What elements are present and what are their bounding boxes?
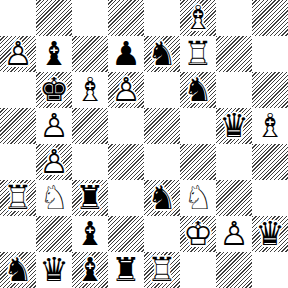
square-e3[interactable]: ♞ bbox=[144, 180, 180, 216]
black-rook-piece: ♜ bbox=[72, 180, 108, 216]
square-d3[interactable] bbox=[108, 180, 144, 216]
square-a7[interactable]: ♟♙ bbox=[0, 36, 36, 72]
square-c6[interactable]: ♝♗ bbox=[72, 72, 108, 108]
square-h2[interactable]: ♛ bbox=[252, 216, 288, 252]
square-d8[interactable] bbox=[108, 0, 144, 36]
square-h3[interactable] bbox=[252, 180, 288, 216]
black-king-piece: ♚ bbox=[36, 72, 72, 108]
white-bishop-piece: ♝♗ bbox=[72, 72, 108, 108]
white-pawn-piece: ♟♙ bbox=[108, 72, 144, 108]
white-pawn-piece: ♟♙ bbox=[36, 108, 72, 144]
black-knight-piece: ♞ bbox=[144, 180, 180, 216]
square-f2[interactable]: ♚♔ bbox=[180, 216, 216, 252]
square-c3[interactable]: ♜ bbox=[72, 180, 108, 216]
square-b7[interactable]: ♝ bbox=[36, 36, 72, 72]
square-d4[interactable] bbox=[108, 144, 144, 180]
square-c5[interactable] bbox=[72, 108, 108, 144]
black-queen-piece: ♛ bbox=[36, 252, 72, 288]
white-rook-piece: ♜♖ bbox=[144, 252, 180, 288]
square-a2[interactable] bbox=[0, 216, 36, 252]
square-b1[interactable]: ♛ bbox=[36, 252, 72, 288]
square-e6[interactable] bbox=[144, 72, 180, 108]
square-g5[interactable]: ♛ bbox=[216, 108, 252, 144]
square-b8[interactable] bbox=[36, 0, 72, 36]
square-h1[interactable] bbox=[252, 252, 288, 288]
square-g4[interactable] bbox=[216, 144, 252, 180]
white-bishop-piece: ♝♗ bbox=[180, 0, 216, 36]
square-f7[interactable]: ♜♖ bbox=[180, 36, 216, 72]
square-h7[interactable] bbox=[252, 36, 288, 72]
square-g8[interactable] bbox=[216, 0, 252, 36]
square-c7[interactable] bbox=[72, 36, 108, 72]
square-e8[interactable] bbox=[144, 0, 180, 36]
square-b4[interactable]: ♟♙ bbox=[36, 144, 72, 180]
square-a6[interactable] bbox=[0, 72, 36, 108]
square-a8[interactable] bbox=[0, 0, 36, 36]
square-c4[interactable] bbox=[72, 144, 108, 180]
square-a3[interactable]: ♜♖ bbox=[0, 180, 36, 216]
black-queen-piece: ♛ bbox=[252, 216, 288, 252]
square-a1[interactable]: ♞ bbox=[0, 252, 36, 288]
white-rook-piece: ♜♖ bbox=[0, 180, 36, 216]
chess-board: ♝♗♟♙♝♟♞♜♖♚♝♗♟♙♞♟♙♛♝♗♟♙♜♖♞♘♜♞♞♘♝♚♔♟♙♛♞♛♝♜… bbox=[0, 0, 288, 288]
square-e2[interactable] bbox=[144, 216, 180, 252]
white-pawn-piece: ♟♙ bbox=[0, 36, 36, 72]
black-bishop-piece: ♝ bbox=[36, 36, 72, 72]
square-g1[interactable] bbox=[216, 252, 252, 288]
black-bishop-piece: ♝ bbox=[72, 252, 108, 288]
square-e5[interactable] bbox=[144, 108, 180, 144]
square-b6[interactable]: ♚ bbox=[36, 72, 72, 108]
square-d2[interactable] bbox=[108, 216, 144, 252]
black-bishop-piece: ♝ bbox=[72, 216, 108, 252]
square-c2[interactable]: ♝ bbox=[72, 216, 108, 252]
white-rook-piece: ♜♖ bbox=[180, 36, 216, 72]
square-d1[interactable]: ♜ bbox=[108, 252, 144, 288]
black-rook-piece: ♜ bbox=[108, 252, 144, 288]
square-e4[interactable] bbox=[144, 144, 180, 180]
square-h8[interactable] bbox=[252, 0, 288, 36]
square-a4[interactable] bbox=[0, 144, 36, 180]
square-e1[interactable]: ♜♖ bbox=[144, 252, 180, 288]
white-pawn-piece: ♟♙ bbox=[36, 144, 72, 180]
square-b5[interactable]: ♟♙ bbox=[36, 108, 72, 144]
square-h6[interactable] bbox=[252, 72, 288, 108]
white-king-piece: ♚♔ bbox=[180, 216, 216, 252]
white-knight-piece: ♞♘ bbox=[36, 180, 72, 216]
square-a5[interactable] bbox=[0, 108, 36, 144]
square-f8[interactable]: ♝♗ bbox=[180, 0, 216, 36]
square-c8[interactable] bbox=[72, 0, 108, 36]
square-d5[interactable] bbox=[108, 108, 144, 144]
black-knight-piece: ♞ bbox=[144, 36, 180, 72]
white-pawn-piece: ♟♙ bbox=[216, 216, 252, 252]
square-f6[interactable]: ♞ bbox=[180, 72, 216, 108]
square-g6[interactable] bbox=[216, 72, 252, 108]
square-f5[interactable] bbox=[180, 108, 216, 144]
square-c1[interactable]: ♝ bbox=[72, 252, 108, 288]
square-d6[interactable]: ♟♙ bbox=[108, 72, 144, 108]
square-f4[interactable] bbox=[180, 144, 216, 180]
black-queen-piece: ♛ bbox=[216, 108, 252, 144]
black-knight-piece: ♞ bbox=[0, 252, 36, 288]
square-f1[interactable] bbox=[180, 252, 216, 288]
white-bishop-piece: ♝♗ bbox=[252, 108, 288, 144]
square-h5[interactable]: ♝♗ bbox=[252, 108, 288, 144]
square-b3[interactable]: ♞♘ bbox=[36, 180, 72, 216]
square-h4[interactable] bbox=[252, 144, 288, 180]
square-d7[interactable]: ♟ bbox=[108, 36, 144, 72]
white-knight-piece: ♞♘ bbox=[180, 180, 216, 216]
black-knight-piece: ♞ bbox=[180, 72, 216, 108]
black-pawn-piece: ♟ bbox=[108, 36, 144, 72]
square-f3[interactable]: ♞♘ bbox=[180, 180, 216, 216]
square-g7[interactable] bbox=[216, 36, 252, 72]
square-e7[interactable]: ♞ bbox=[144, 36, 180, 72]
square-b2[interactable] bbox=[36, 216, 72, 252]
square-g2[interactable]: ♟♙ bbox=[216, 216, 252, 252]
square-g3[interactable] bbox=[216, 180, 252, 216]
